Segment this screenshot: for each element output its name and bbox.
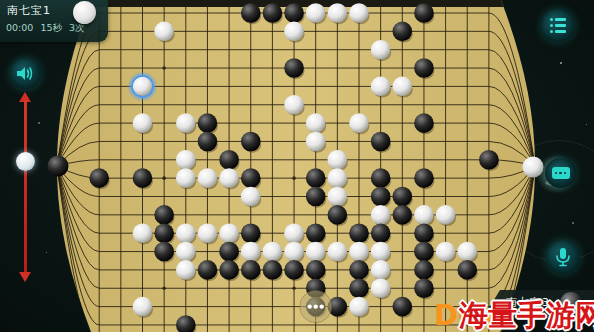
list-menu-icon — [550, 18, 566, 33]
white-stone-avatar — [73, 1, 96, 24]
player-panel-white: 南七宝1 00:0015秒3次 — [0, 0, 108, 42]
slider-down-arrow-icon — [19, 272, 31, 282]
watermark-text: 海量手游网 — [459, 296, 594, 332]
menu-button[interactable] — [541, 9, 575, 42]
chat-bubble-icon — [552, 167, 570, 179]
chat-button[interactable] — [545, 158, 576, 188]
microphone-icon — [555, 247, 571, 267]
main-time: 00:00 — [6, 22, 33, 33]
voice-button[interactable] — [546, 240, 580, 274]
white-timer: 00:0015秒3次 — [6, 22, 126, 35]
slider-handle[interactable] — [16, 152, 35, 171]
slider-track — [24, 100, 27, 272]
white-player-name: 南七宝1 — [7, 3, 51, 18]
game-screen: 南七宝1 00:0015秒3次 南七宝3 — [0, 0, 594, 332]
byoyomi-time: 15秒 — [40, 22, 62, 33]
speaker-icon — [16, 65, 35, 82]
go-board[interactable] — [0, 0, 594, 332]
board-zoom-slider[interactable] — [17, 92, 34, 282]
sound-button[interactable] — [10, 58, 41, 89]
